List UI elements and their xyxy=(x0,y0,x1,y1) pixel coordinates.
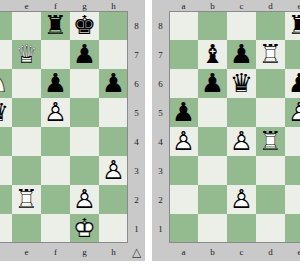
white-piece-outline: ♖ xyxy=(256,40,285,69)
square-c5[interactable] xyxy=(227,98,256,127)
file-label-d-bottom: d xyxy=(0,243,12,261)
rank-label-8: 8 xyxy=(152,11,169,40)
square-d6[interactable] xyxy=(256,69,285,98)
square-c4[interactable]: ♟♙ xyxy=(227,127,256,156)
square-a7[interactable] xyxy=(169,40,198,69)
black-piece-fill: ♛ xyxy=(0,98,12,127)
square-d7[interactable] xyxy=(0,40,12,69)
rank-label-8: 8 xyxy=(128,11,145,40)
coordinate-strip-corner: △ xyxy=(128,243,145,261)
square-c1[interactable] xyxy=(227,214,256,243)
square-d8[interactable] xyxy=(256,11,285,40)
rank-label-7: 7 xyxy=(152,40,169,69)
rank-label-1: 1 xyxy=(128,214,145,243)
white-pawn-e5: ♟♙ xyxy=(285,98,300,127)
square-d2[interactable] xyxy=(0,185,12,214)
black-piece-fill: ♟ xyxy=(70,40,99,69)
black-pawn-h6: ♟ xyxy=(99,69,128,98)
rank-label-7: 7 xyxy=(128,40,145,69)
black-pawn-c7: ♟ xyxy=(227,40,256,69)
square-e3[interactable] xyxy=(285,156,300,185)
square-e5[interactable] xyxy=(12,98,41,127)
rank-label-3: 3 xyxy=(152,156,169,185)
black-piece-fill: ♟ xyxy=(227,40,256,69)
square-b8[interactable] xyxy=(198,11,227,40)
square-b7[interactable]: ♝ xyxy=(198,40,227,69)
square-c6[interactable]: ♛ xyxy=(227,69,256,98)
square-f6[interactable]: ♟ xyxy=(41,69,70,98)
white-queen-e7: ♛♕ xyxy=(12,40,41,69)
square-h6[interactable]: ♟ xyxy=(99,69,128,98)
square-d4[interactable] xyxy=(0,127,12,156)
white-piece-outline: ♙ xyxy=(227,127,256,156)
file-label-a-top: a xyxy=(169,0,198,11)
white-pawn-c2: ♟♙ xyxy=(227,185,256,214)
black-pawn-e6: ♟ xyxy=(285,69,300,98)
black-piece-fill: ♟ xyxy=(169,98,198,127)
square-e1[interactable] xyxy=(12,214,41,243)
square-e8[interactable]: ♜ xyxy=(285,11,300,40)
square-g8[interactable]: ♚ xyxy=(70,11,99,40)
square-d2[interactable] xyxy=(256,185,285,214)
black-piece-fill: ♜ xyxy=(41,11,70,40)
black-rook-e8: ♜ xyxy=(285,11,300,40)
square-c2[interactable]: ♟♙ xyxy=(227,185,256,214)
file-label-d-top: d xyxy=(256,0,285,11)
rank-label-2: 2 xyxy=(128,185,145,214)
white-rook-d7: ♜♖ xyxy=(256,40,285,69)
rank-label-1: 1 xyxy=(152,214,169,243)
square-a1[interactable] xyxy=(169,214,198,243)
square-a8[interactable] xyxy=(169,11,198,40)
black-queen-c6: ♛ xyxy=(227,69,256,98)
white-rook-d4: ♜♖ xyxy=(256,127,285,156)
white-piece-outline: ♘ xyxy=(0,69,12,98)
white-king-g1: ♚♔ xyxy=(70,214,99,243)
black-piece-fill: ♟ xyxy=(285,69,300,98)
rank-label-4: 4 xyxy=(152,127,169,156)
file-label-b-bottom: b xyxy=(198,243,227,261)
white-piece-outline: ♙ xyxy=(70,185,99,214)
black-piece-fill: ♟ xyxy=(198,69,227,98)
black-pawn-f6: ♟ xyxy=(41,69,70,98)
square-e6[interactable] xyxy=(12,69,41,98)
black-pawn-a5: ♟ xyxy=(169,98,198,127)
white-piece-outline: ♙ xyxy=(227,185,256,214)
square-g6[interactable] xyxy=(70,69,99,98)
file-label-e-bottom: e xyxy=(285,243,300,261)
white-piece-outline: ♔ xyxy=(70,214,99,243)
black-king-g8: ♚ xyxy=(70,11,99,40)
chess-board-left: defgh♜♚8♛♕♟7♞♘♟♟6♛♟♙54♟♙3♜♖♟♙2♚♔1defgh△ xyxy=(0,0,145,261)
white-pawn-g2: ♟♙ xyxy=(70,185,99,214)
square-c8[interactable] xyxy=(227,11,256,40)
file-label-c-bottom: c xyxy=(227,243,256,261)
square-e4[interactable] xyxy=(285,127,300,156)
square-h7[interactable] xyxy=(99,40,128,69)
white-piece-outline: ♙ xyxy=(285,98,300,127)
white-piece-outline: ♙ xyxy=(169,127,198,156)
white-knight-d6: ♞♘ xyxy=(0,69,12,98)
square-f8[interactable]: ♜ xyxy=(41,11,70,40)
square-f3[interactable] xyxy=(41,156,70,185)
square-b1[interactable] xyxy=(198,214,227,243)
white-to-move-indicator: △ xyxy=(132,243,141,261)
square-h3[interactable]: ♟♙ xyxy=(99,156,128,185)
square-h8[interactable] xyxy=(99,11,128,40)
square-e2[interactable]: ♜♖ xyxy=(12,185,41,214)
black-piece-fill: ♝ xyxy=(198,40,227,69)
square-a6[interactable] xyxy=(169,69,198,98)
square-f1[interactable] xyxy=(41,214,70,243)
white-pawn-h3: ♟♙ xyxy=(99,156,128,185)
black-pawn-g7: ♟ xyxy=(70,40,99,69)
square-a5[interactable]: ♟ xyxy=(169,98,198,127)
square-e3[interactable] xyxy=(12,156,41,185)
square-b2[interactable] xyxy=(198,185,227,214)
square-e7[interactable] xyxy=(285,40,300,69)
square-d4[interactable]: ♜♖ xyxy=(256,127,285,156)
square-f2[interactable] xyxy=(41,185,70,214)
file-label-h-top: h xyxy=(99,0,128,11)
file-label-d-bottom: d xyxy=(256,243,285,261)
black-pawn-b6: ♟ xyxy=(198,69,227,98)
square-d5[interactable]: ♛ xyxy=(0,98,12,127)
square-h4[interactable] xyxy=(99,127,128,156)
coordinate-strip-corner xyxy=(152,0,169,11)
square-b4[interactable] xyxy=(198,127,227,156)
white-piece-outline: ♖ xyxy=(12,185,41,214)
file-label-g-top: g xyxy=(70,0,99,11)
square-g5[interactable] xyxy=(70,98,99,127)
file-label-h-bottom: h xyxy=(99,243,128,261)
file-label-d-top: d xyxy=(0,0,12,11)
file-label-e-top: e xyxy=(285,0,300,11)
white-pawn-f5: ♟♙ xyxy=(41,98,70,127)
square-e6[interactable]: ♟ xyxy=(285,69,300,98)
square-c7[interactable]: ♟ xyxy=(227,40,256,69)
rank-label-4: 4 xyxy=(128,127,145,156)
square-f4[interactable] xyxy=(41,127,70,156)
file-label-g-bottom: g xyxy=(70,243,99,261)
square-c3[interactable] xyxy=(227,156,256,185)
square-d3[interactable] xyxy=(0,156,12,185)
square-e8[interactable] xyxy=(12,11,41,40)
square-d6[interactable]: ♞♘ xyxy=(0,69,12,98)
coordinate-strip-corner xyxy=(128,0,145,11)
black-rook-f8: ♜ xyxy=(41,11,70,40)
square-d1[interactable] xyxy=(256,214,285,243)
square-b5[interactable] xyxy=(198,98,227,127)
black-piece-fill: ♛ xyxy=(227,69,256,98)
square-f7[interactable] xyxy=(41,40,70,69)
square-a4[interactable]: ♟♙ xyxy=(169,127,198,156)
black-piece-fill: ♜ xyxy=(285,11,300,40)
white-pawn-c4: ♟♙ xyxy=(227,127,256,156)
rank-label-3: 3 xyxy=(128,156,145,185)
black-bishop-b7: ♝ xyxy=(198,40,227,69)
black-piece-fill: ♟ xyxy=(41,69,70,98)
file-label-c-top: c xyxy=(227,0,256,11)
square-e7[interactable]: ♛♕ xyxy=(12,40,41,69)
square-d1[interactable] xyxy=(0,214,12,243)
rank-label-2: 2 xyxy=(152,185,169,214)
file-label-f-top: f xyxy=(41,0,70,11)
square-g3[interactable] xyxy=(70,156,99,185)
rank-label-6: 6 xyxy=(128,69,145,98)
square-b3[interactable] xyxy=(198,156,227,185)
square-a3[interactable] xyxy=(169,156,198,185)
square-g7[interactable]: ♟ xyxy=(70,40,99,69)
white-piece-outline: ♕ xyxy=(12,40,41,69)
square-d7[interactable]: ♜♖ xyxy=(256,40,285,69)
square-e2[interactable] xyxy=(285,185,300,214)
file-label-f-bottom: f xyxy=(41,243,70,261)
white-rook-e2: ♜♖ xyxy=(12,185,41,214)
coordinate-strip-corner xyxy=(152,243,169,261)
rank-label-5: 5 xyxy=(152,98,169,127)
square-d8[interactable] xyxy=(0,11,12,40)
rank-label-5: 5 xyxy=(128,98,145,127)
white-piece-outline: ♖ xyxy=(256,127,285,156)
page: defgh♜♚8♛♕♟7♞♘♟♟6♛♟♙54♟♙3♜♖♟♙2♚♔1defgh△a… xyxy=(0,0,300,267)
square-h1[interactable] xyxy=(99,214,128,243)
file-label-a-bottom: a xyxy=(169,243,198,261)
white-pawn-a4: ♟♙ xyxy=(169,127,198,156)
black-queen-d5: ♛ xyxy=(0,98,12,127)
rank-label-6: 6 xyxy=(152,69,169,98)
square-e5[interactable]: ♟♙ xyxy=(285,98,300,127)
square-e4[interactable] xyxy=(12,127,41,156)
white-piece-outline: ♙ xyxy=(99,156,128,185)
square-b6[interactable]: ♟ xyxy=(198,69,227,98)
square-e1[interactable] xyxy=(285,214,300,243)
square-g2[interactable]: ♟♙ xyxy=(70,185,99,214)
white-piece-outline: ♙ xyxy=(41,98,70,127)
black-piece-fill: ♟ xyxy=(99,69,128,98)
square-h5[interactable] xyxy=(99,98,128,127)
black-piece-fill: ♚ xyxy=(70,11,99,40)
file-label-e-bottom: e xyxy=(12,243,41,261)
square-g4[interactable] xyxy=(70,127,99,156)
file-label-e-top: e xyxy=(12,0,41,11)
square-d3[interactable] xyxy=(256,156,285,185)
square-h2[interactable] xyxy=(99,185,128,214)
square-f5[interactable]: ♟♙ xyxy=(41,98,70,127)
chess-board-right: abcde8♜7♝♟♜♖6♟♛♟5♟♟♙4♟♙♟♙♜♖32♟♙1abcde xyxy=(152,0,300,261)
square-g1[interactable]: ♚♔ xyxy=(70,214,99,243)
file-label-b-top: b xyxy=(198,0,227,11)
square-d5[interactable] xyxy=(256,98,285,127)
square-a2[interactable] xyxy=(169,185,198,214)
